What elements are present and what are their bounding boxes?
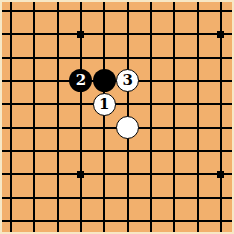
grid-line-horizontal-10 xyxy=(2,220,232,222)
grid-line-horizontal-3 xyxy=(2,57,232,59)
star-point xyxy=(77,31,84,38)
stone-move-number: 3 xyxy=(122,73,132,88)
go-board: 231 xyxy=(0,0,234,234)
grid-line-horizontal-5 xyxy=(2,103,232,105)
white-stone-move-1: 1 xyxy=(93,93,116,116)
stone-move-number: 2 xyxy=(76,73,86,88)
star-point xyxy=(217,171,224,178)
grid-line-horizontal-2 xyxy=(2,33,232,35)
star-point xyxy=(217,31,224,38)
grid-line-horizontal-8 xyxy=(2,173,232,175)
grid-line-horizontal-9 xyxy=(2,197,232,199)
grid-line-horizontal-1 xyxy=(2,10,232,12)
stone-move-number: 1 xyxy=(99,96,109,111)
grid-line-horizontal-7 xyxy=(2,150,232,152)
star-point xyxy=(77,171,84,178)
